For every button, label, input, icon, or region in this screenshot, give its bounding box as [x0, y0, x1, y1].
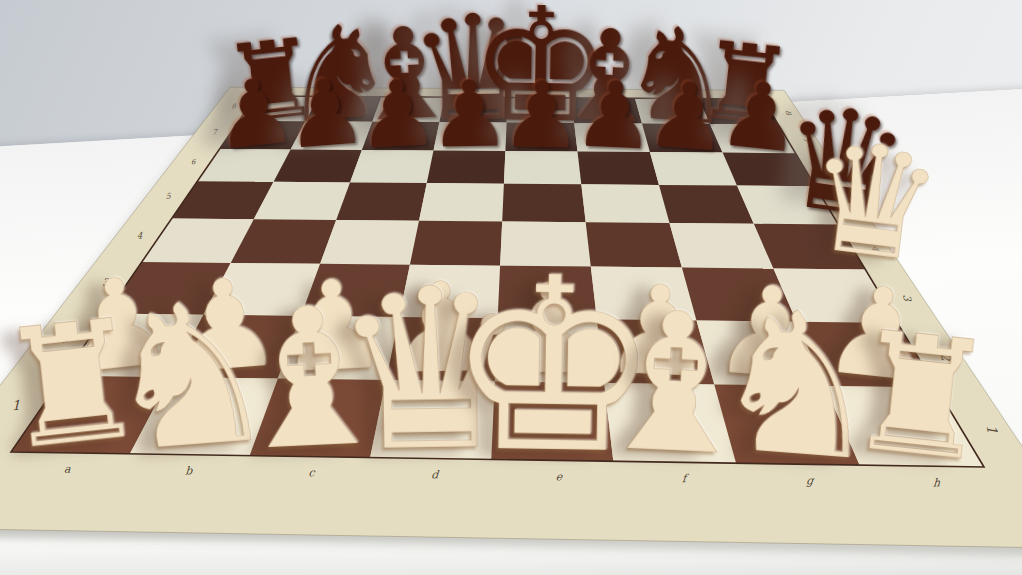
piece-light-rook-h1: ♜: [839, 308, 1003, 487]
piece-dark-pawn-d7: ♟: [428, 69, 512, 162]
pieces-layer: ♜♞♝♛♚♝♞♜♟♟♟♟♟♟♟♟♟♟♟♟♟♟♟♟♜♞♝♛♚♝♞♜♛♛: [0, 0, 1022, 575]
photo-scene: aabbccddeeffgghh1122334455667788 ♜♞♝♛♚♝♞…: [0, 0, 1022, 575]
